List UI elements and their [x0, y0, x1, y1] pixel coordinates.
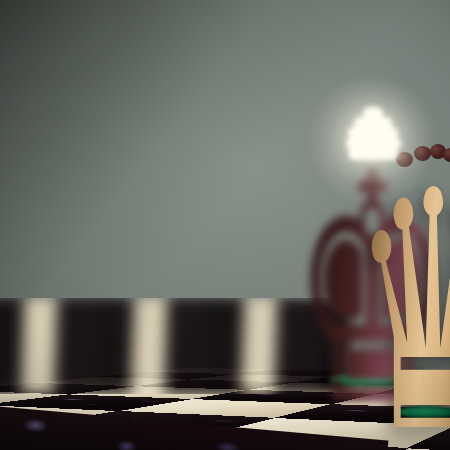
- bulb-coil: [348, 147, 398, 160]
- photo-scene: ♚ ♛: [0, 0, 450, 450]
- black-king-felt-base: [330, 372, 416, 387]
- blurred-distant-squares: [0, 298, 358, 394]
- white-queen-felt-base: [396, 406, 450, 418]
- glowing-spiral-bulb-icon: [341, 107, 405, 173]
